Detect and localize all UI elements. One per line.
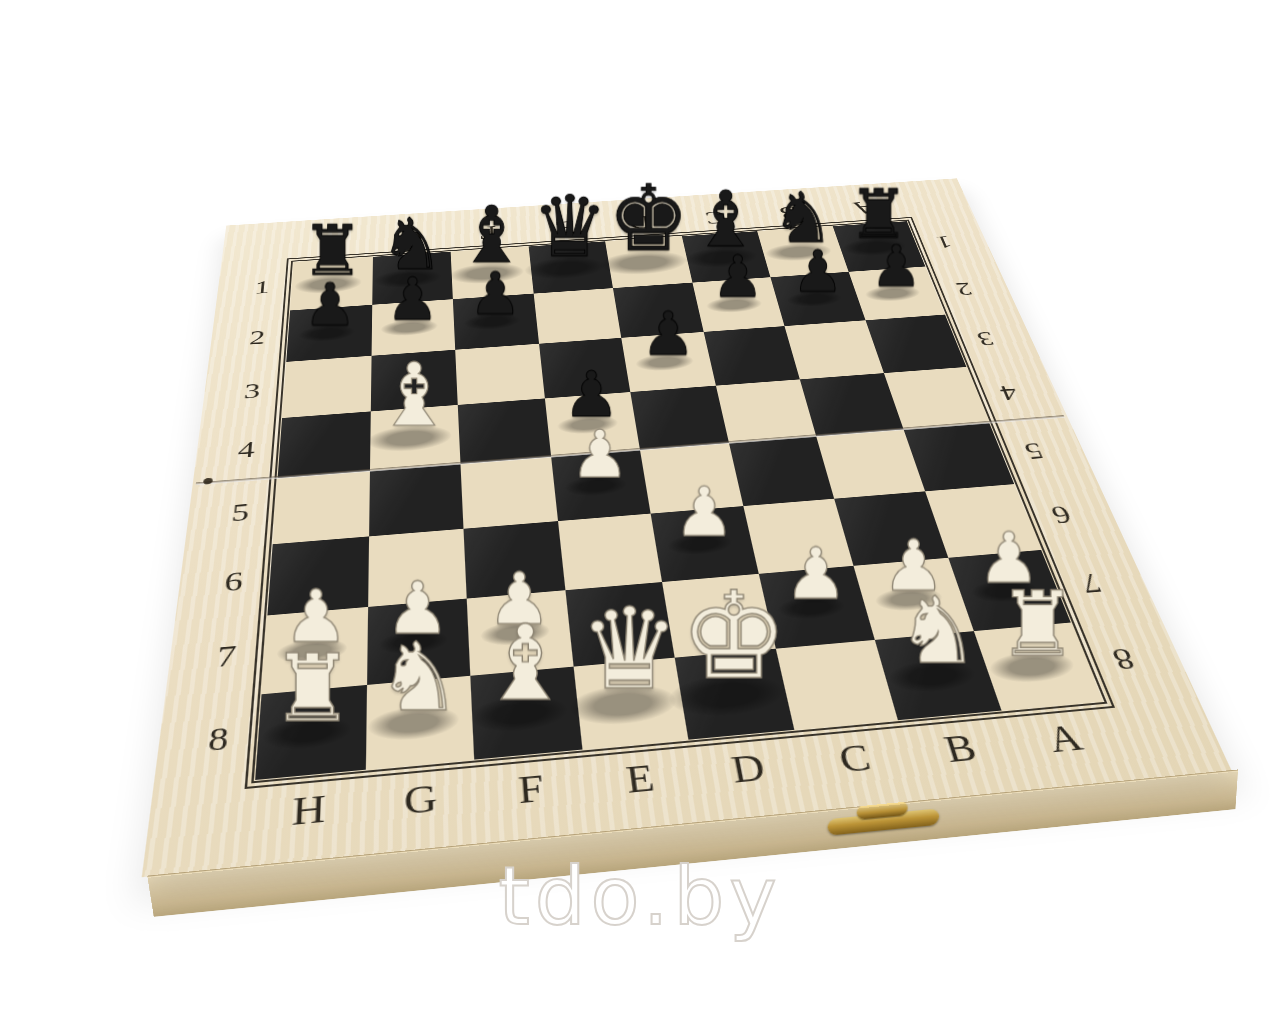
square-c1 <box>681 231 770 282</box>
rank-label-left-2-1: 2 <box>231 311 283 366</box>
product-photo-stage: 12345678 12345678 HGFEDCBA HGFEDCBA ♜♞♝♛… <box>0 0 1280 1027</box>
file-label-top-a-7: A <box>823 194 906 223</box>
white-king-glyph: ♚ <box>679 575 788 696</box>
square-g1 <box>372 252 453 305</box>
file-label-top-e-3: E <box>525 213 604 243</box>
square-e2 <box>533 288 621 344</box>
white-rook-glyph: ♜ <box>998 579 1078 668</box>
square-h2 <box>286 305 372 362</box>
square-f2 <box>453 293 539 349</box>
square-d2 <box>613 282 703 337</box>
chess-board: 12345678 12345678 HGFEDCBA HGFEDCBA ♜♞♝♛… <box>142 178 1232 877</box>
square-c3 <box>703 326 800 385</box>
white-queen-glyph: ♛ <box>580 593 681 705</box>
square-g3 <box>370 350 457 411</box>
square-g2 <box>371 299 455 356</box>
rank-label-left-1-0: 1 <box>237 263 287 314</box>
file-label-top-d-4: D <box>600 208 680 237</box>
white-pawn-glyph: ♟ <box>571 422 630 488</box>
square-f1 <box>451 246 534 298</box>
square-h1 <box>290 257 372 310</box>
file-label-top-c-5: C <box>675 203 756 232</box>
file-label-top-h-0: H <box>294 228 373 258</box>
square-e1 <box>528 241 613 293</box>
square-f3 <box>455 344 544 405</box>
watermark: tdo.by <box>498 850 781 943</box>
file-label-top-f-2: F <box>449 218 527 248</box>
white-bishop-glyph: ♝ <box>479 612 572 716</box>
file-label-top-g-1: G <box>373 223 451 253</box>
white-pawn-glyph: ♟ <box>784 539 848 610</box>
white-pawn-glyph: ♟ <box>673 478 734 546</box>
brass-clasp <box>827 802 939 841</box>
rank-label-left-3-2: 3 <box>224 362 278 422</box>
square-d4 <box>630 385 728 450</box>
white-knight-glyph: ♞ <box>896 586 979 678</box>
square-d1 <box>605 236 692 288</box>
square-d3 <box>621 332 715 392</box>
square-c4 <box>715 379 816 443</box>
square-h3 <box>282 356 371 418</box>
file-label-top-b-6: B <box>749 198 831 227</box>
square-c2 <box>692 277 785 332</box>
white-knight-glyph: ♞ <box>377 630 462 725</box>
square-e3 <box>539 338 631 398</box>
white-rook-glyph: ♜ <box>270 642 353 735</box>
